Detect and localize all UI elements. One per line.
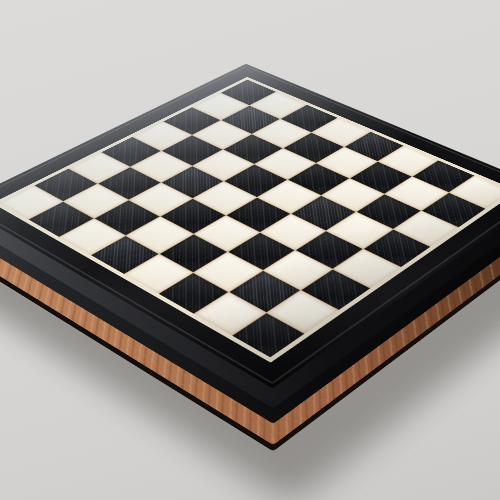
chessboard [0,64,500,389]
table-surface [0,0,500,500]
